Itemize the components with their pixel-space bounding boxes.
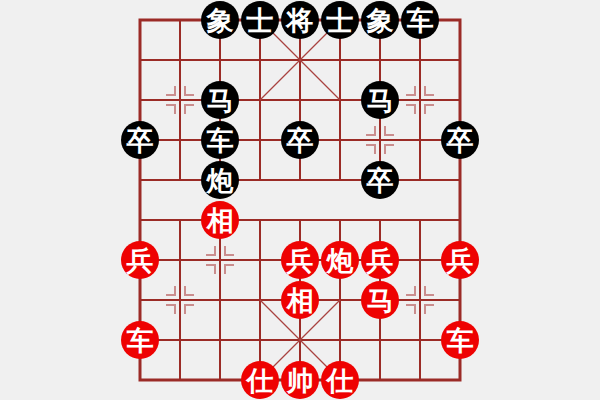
piece-red-soldier[interactable]: 兵 [361,241,399,279]
board-grid[interactable]: 象士将士象车马马卒车卒卒炮卒相兵兵炮兵兵相马车车仕帅仕 [0,0,600,400]
piece-black-elephant[interactable]: 象 [361,1,399,39]
piece-red-chariot[interactable]: 车 [121,321,159,359]
piece-black-chariot[interactable]: 车 [401,1,439,39]
piece-red-general[interactable]: 帅 [281,361,319,399]
piece-red-horse[interactable]: 马 [361,281,399,319]
piece-red-elephant[interactable]: 相 [281,281,319,319]
piece-black-advisor[interactable]: 士 [241,1,279,39]
piece-red-advisor[interactable]: 仕 [241,361,279,399]
piece-red-cannon[interactable]: 炮 [321,241,359,279]
piece-black-chariot[interactable]: 车 [201,121,239,159]
piece-black-soldier[interactable]: 卒 [281,121,319,159]
piece-black-cannon[interactable]: 炮 [201,161,239,199]
piece-red-chariot[interactable]: 车 [441,321,479,359]
piece-black-elephant[interactable]: 象 [201,1,239,39]
piece-black-soldier[interactable]: 卒 [361,161,399,199]
piece-black-horse[interactable]: 马 [201,81,239,119]
piece-black-soldier[interactable]: 卒 [121,121,159,159]
piece-black-general[interactable]: 将 [281,1,319,39]
piece-black-soldier[interactable]: 卒 [441,121,479,159]
piece-red-soldier[interactable]: 兵 [121,241,159,279]
piece-black-horse[interactable]: 马 [361,81,399,119]
xiangqi-board: 象士将士象车马马卒车卒卒炮卒相兵兵炮兵兵相马车车仕帅仕 [0,0,600,400]
piece-black-advisor[interactable]: 士 [321,1,359,39]
piece-red-soldier[interactable]: 兵 [281,241,319,279]
piece-red-elephant[interactable]: 相 [201,201,239,239]
piece-red-soldier[interactable]: 兵 [441,241,479,279]
piece-red-advisor[interactable]: 仕 [321,361,359,399]
